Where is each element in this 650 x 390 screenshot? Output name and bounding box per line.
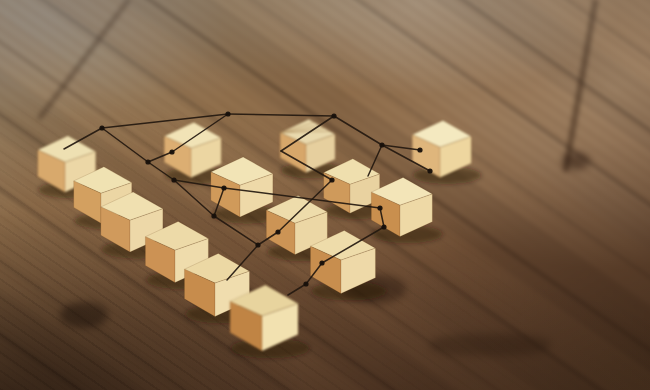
network-node — [145, 159, 150, 164]
network-node — [331, 113, 336, 118]
network-line — [288, 284, 306, 295]
network-node — [427, 168, 432, 173]
network-node — [225, 111, 230, 116]
network-node — [221, 185, 226, 190]
network-node — [255, 242, 260, 247]
network-node — [211, 213, 216, 218]
network-node — [377, 205, 382, 210]
photo-wooden-blocks-network — [0, 0, 650, 390]
network-node — [99, 125, 104, 130]
network-node — [381, 224, 386, 229]
network-line — [102, 128, 148, 162]
network-node — [303, 281, 308, 286]
network-node — [379, 142, 384, 147]
network-node — [169, 149, 174, 154]
network-node — [275, 229, 280, 234]
network-line — [228, 114, 334, 116]
scene-svg — [0, 0, 650, 390]
network-node — [319, 260, 324, 265]
network-node — [417, 147, 422, 152]
network-line — [334, 116, 382, 145]
network-node — [329, 177, 334, 182]
network-line — [102, 114, 228, 128]
network-node — [171, 177, 176, 182]
